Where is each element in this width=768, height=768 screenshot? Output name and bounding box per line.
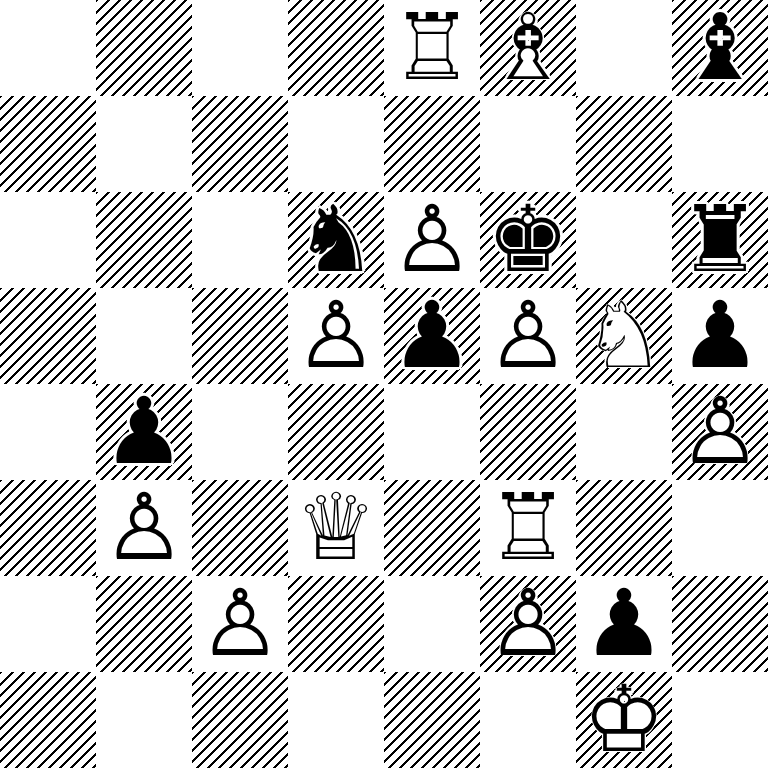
square-f3[interactable]: ♜♖ (480, 480, 576, 576)
square-e8[interactable]: ♜♖ (384, 0, 480, 96)
white-queen[interactable]: ♛♕ (288, 480, 384, 576)
square-b2[interactable] (96, 576, 192, 672)
square-a8[interactable] (0, 0, 96, 96)
chess-board: ♜♖♝♗♝♝♞♞♟♙♚♚♜♜♟♙♟♟♟♙♞♘♟♟♟♟♟♙♟♙♛♕♜♖♟♙♟♙♟♟… (0, 0, 768, 768)
square-c4[interactable] (192, 384, 288, 480)
square-b3[interactable]: ♟♙ (96, 480, 192, 576)
black-king-glyph: ♚ (480, 192, 576, 288)
square-d4[interactable] (288, 384, 384, 480)
square-c1[interactable] (192, 672, 288, 768)
black-pawn[interactable]: ♟♟ (576, 576, 672, 672)
square-c2[interactable]: ♟♙ (192, 576, 288, 672)
square-h3[interactable] (672, 480, 768, 576)
square-f4[interactable] (480, 384, 576, 480)
square-g4[interactable] (576, 384, 672, 480)
white-king[interactable]: ♚♔ (576, 672, 672, 768)
square-a2[interactable] (0, 576, 96, 672)
white-pawn-glyph: ♙ (288, 288, 384, 384)
square-d8[interactable] (288, 0, 384, 96)
white-queen-glyph: ♕ (288, 480, 384, 576)
square-e4[interactable] (384, 384, 480, 480)
square-d5[interactable]: ♟♙ (288, 288, 384, 384)
white-rook-glyph: ♖ (384, 0, 480, 96)
white-pawn[interactable]: ♟♙ (96, 480, 192, 576)
white-rook[interactable]: ♜♖ (480, 480, 576, 576)
white-knight[interactable]: ♞♘ (576, 288, 672, 384)
square-c8[interactable] (192, 0, 288, 96)
black-pawn-glyph: ♟ (576, 576, 672, 672)
square-a5[interactable] (0, 288, 96, 384)
square-d1[interactable] (288, 672, 384, 768)
white-knight-glyph: ♘ (576, 288, 672, 384)
square-f7[interactable] (480, 96, 576, 192)
square-e6[interactable]: ♟♙ (384, 192, 480, 288)
black-rook-glyph: ♜ (672, 192, 768, 288)
white-king-glyph: ♔ (576, 672, 672, 768)
black-pawn[interactable]: ♟♟ (384, 288, 480, 384)
square-e7[interactable] (384, 96, 480, 192)
black-bishop[interactable]: ♝♝ (672, 0, 768, 96)
black-pawn[interactable]: ♟♟ (96, 384, 192, 480)
square-f6[interactable]: ♚♚ (480, 192, 576, 288)
square-h7[interactable] (672, 96, 768, 192)
white-pawn-glyph: ♙ (672, 384, 768, 480)
white-bishop[interactable]: ♝♗ (480, 0, 576, 96)
square-g7[interactable] (576, 96, 672, 192)
white-pawn[interactable]: ♟♙ (672, 384, 768, 480)
square-c7[interactable] (192, 96, 288, 192)
white-pawn[interactable]: ♟♙ (384, 192, 480, 288)
square-f1[interactable] (480, 672, 576, 768)
square-f8[interactable]: ♝♗ (480, 0, 576, 96)
square-g3[interactable] (576, 480, 672, 576)
white-pawn[interactable]: ♟♙ (480, 288, 576, 384)
square-e3[interactable] (384, 480, 480, 576)
square-b7[interactable] (96, 96, 192, 192)
white-rook-glyph: ♖ (480, 480, 576, 576)
square-c5[interactable] (192, 288, 288, 384)
square-c6[interactable] (192, 192, 288, 288)
black-pawn-glyph: ♟ (384, 288, 480, 384)
square-h4[interactable]: ♟♙ (672, 384, 768, 480)
square-a3[interactable] (0, 480, 96, 576)
square-a4[interactable] (0, 384, 96, 480)
square-d7[interactable] (288, 96, 384, 192)
square-h2[interactable] (672, 576, 768, 672)
white-pawn[interactable]: ♟♙ (480, 576, 576, 672)
square-e5[interactable]: ♟♟ (384, 288, 480, 384)
square-g6[interactable] (576, 192, 672, 288)
square-h6[interactable]: ♜♜ (672, 192, 768, 288)
square-b4[interactable]: ♟♟ (96, 384, 192, 480)
white-pawn-glyph: ♙ (192, 576, 288, 672)
white-bishop-glyph: ♗ (480, 0, 576, 96)
square-g2[interactable]: ♟♟ (576, 576, 672, 672)
square-f2[interactable]: ♟♙ (480, 576, 576, 672)
black-pawn-glyph: ♟ (672, 288, 768, 384)
square-g1[interactable]: ♚♔ (576, 672, 672, 768)
square-b1[interactable] (96, 672, 192, 768)
white-pawn-glyph: ♙ (96, 480, 192, 576)
white-pawn-glyph: ♙ (384, 192, 480, 288)
square-d3[interactable]: ♛♕ (288, 480, 384, 576)
white-pawn[interactable]: ♟♙ (192, 576, 288, 672)
black-knight-glyph: ♞ (288, 192, 384, 288)
white-pawn-glyph: ♙ (480, 576, 576, 672)
black-king[interactable]: ♚♚ (480, 192, 576, 288)
square-g5[interactable]: ♞♘ (576, 288, 672, 384)
black-pawn[interactable]: ♟♟ (672, 288, 768, 384)
square-d6[interactable]: ♞♞ (288, 192, 384, 288)
black-knight[interactable]: ♞♞ (288, 192, 384, 288)
square-b5[interactable] (96, 288, 192, 384)
square-h5[interactable]: ♟♟ (672, 288, 768, 384)
square-a7[interactable] (0, 96, 96, 192)
square-d2[interactable] (288, 576, 384, 672)
square-b8[interactable] (96, 0, 192, 96)
square-a1[interactable] (0, 672, 96, 768)
square-g8[interactable] (576, 0, 672, 96)
black-rook[interactable]: ♜♜ (672, 192, 768, 288)
square-e1[interactable] (384, 672, 480, 768)
square-f5[interactable]: ♟♙ (480, 288, 576, 384)
black-bishop-glyph: ♝ (672, 0, 768, 96)
white-pawn-glyph: ♙ (480, 288, 576, 384)
white-rook[interactable]: ♜♖ (384, 0, 480, 96)
square-h1[interactable] (672, 672, 768, 768)
square-b6[interactable] (96, 192, 192, 288)
square-c3[interactable] (192, 480, 288, 576)
square-a6[interactable] (0, 192, 96, 288)
square-e2[interactable] (384, 576, 480, 672)
black-pawn-glyph: ♟ (96, 384, 192, 480)
square-h8[interactable]: ♝♝ (672, 0, 768, 96)
white-pawn[interactable]: ♟♙ (288, 288, 384, 384)
